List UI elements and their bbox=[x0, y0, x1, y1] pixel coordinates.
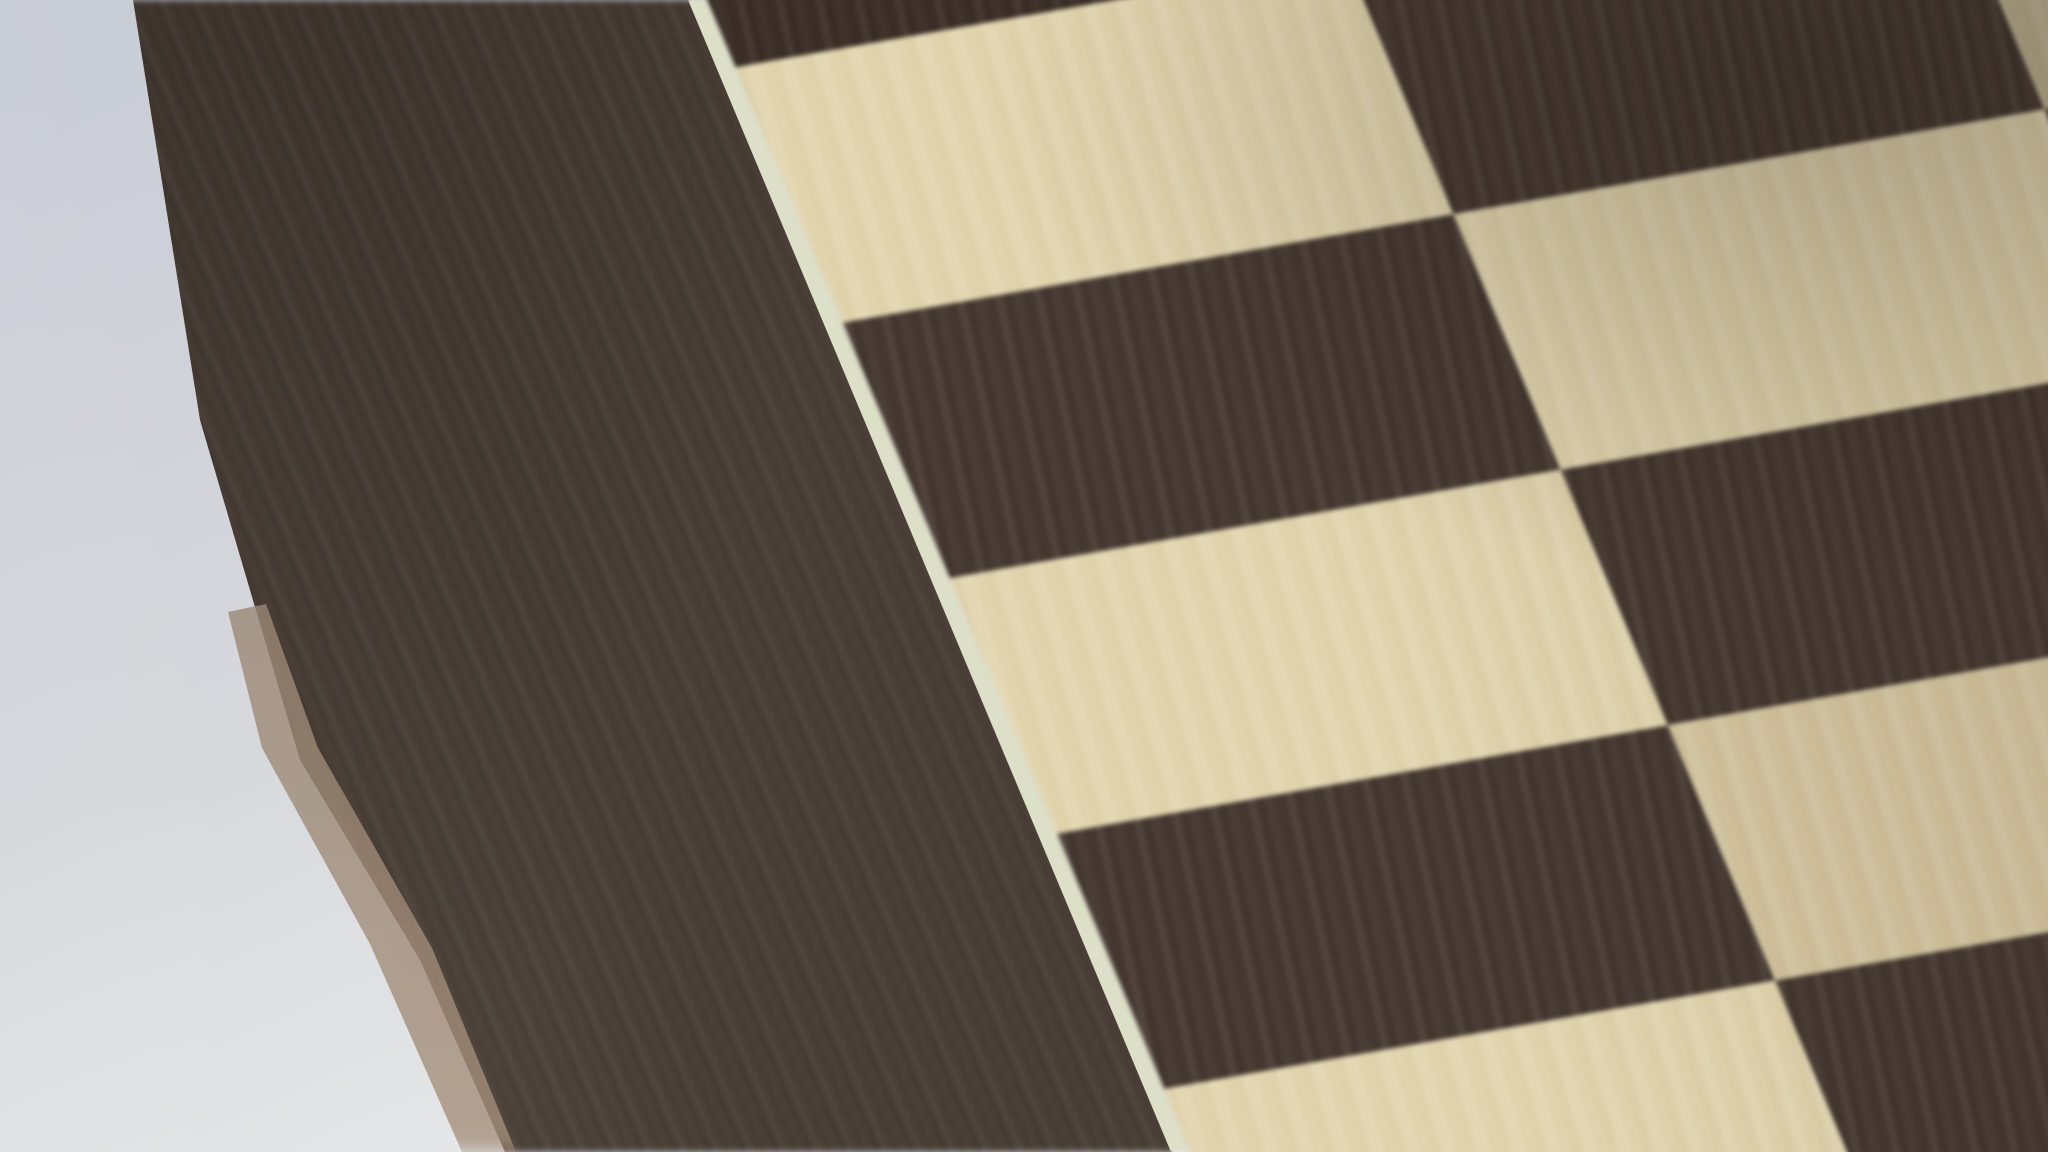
board-grid[interactable] bbox=[599, 0, 2048, 1152]
playing-field bbox=[0, 0, 2048, 1152]
chessboard-photo-scene bbox=[0, 0, 2048, 1152]
